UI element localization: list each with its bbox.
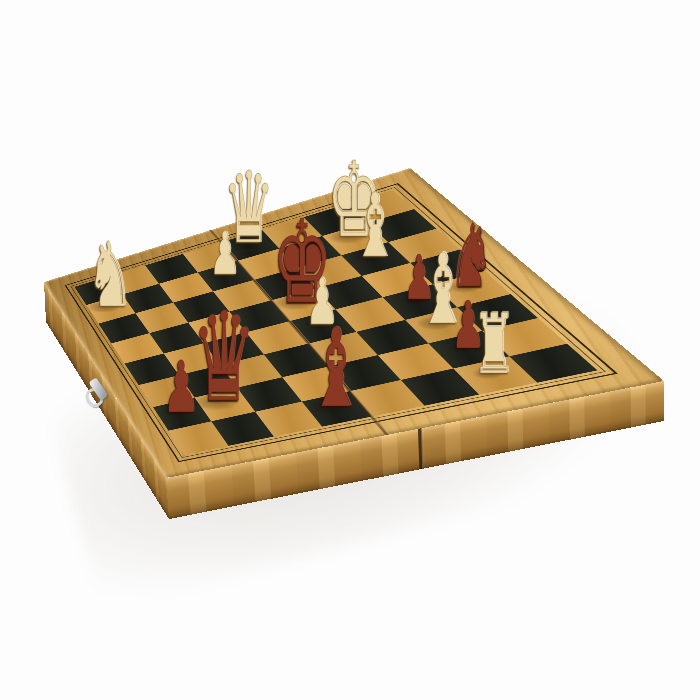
fold-seam-notch <box>418 428 423 469</box>
chess-set-photo: ♛♞♟♚♝♟♝♜♟♛♚♝♞♟♟ <box>0 0 700 700</box>
clasp-latch-icon <box>86 376 112 408</box>
